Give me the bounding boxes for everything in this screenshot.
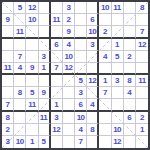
cell-r11c2[interactable]: 1 [26, 136, 38, 148]
cell-r5c4[interactable]: 7 [51, 63, 63, 75]
cell-r9c4[interactable]: 3 [51, 112, 63, 124]
cell-r6c8[interactable]: 1 [99, 75, 111, 87]
cell-r11c11[interactable] [136, 136, 148, 148]
cell-r10c2[interactable] [26, 124, 38, 136]
cell-r9c0[interactable]: 8 [2, 112, 14, 124]
cell-r6c10[interactable]: 8 [124, 75, 136, 87]
cell-r6c4[interactable] [51, 75, 63, 87]
cell-r11c6[interactable]: 7 [75, 136, 87, 148]
cell-r5c10[interactable] [124, 63, 136, 75]
cell-r5c8[interactable] [99, 63, 111, 75]
cell-r0c7[interactable] [87, 2, 99, 14]
cell-r4c1[interactable]: 7 [14, 51, 26, 63]
cell-r0c3[interactable] [39, 2, 51, 14]
cell-r5c11[interactable] [136, 63, 148, 75]
cell-r0c6[interactable] [75, 2, 87, 14]
cell-r3c11[interactable]: 12 [136, 39, 148, 51]
cell-r11c0[interactable]: 3 [2, 136, 14, 148]
cell-r8c10[interactable] [124, 99, 136, 111]
cell-r6c6[interactable]: 5 [75, 75, 87, 87]
cell-r9c8[interactable] [99, 112, 111, 124]
sudoku-grid: 5123101189101126119102764311273104521149… [2, 2, 148, 148]
cell-r8c8[interactable] [99, 99, 111, 111]
cell-r8c4[interactable]: 1 [51, 99, 63, 111]
cell-r5c0[interactable]: 11 [2, 63, 14, 75]
cell-r0c8[interactable]: 10 [99, 2, 111, 14]
cell-r10c6[interactable]: 4 [75, 124, 87, 136]
cell-r7c10[interactable]: 4 [124, 87, 136, 99]
cell-r6c0[interactable] [2, 75, 14, 87]
cell-r5c6[interactable] [75, 63, 87, 75]
cell-r2c8[interactable]: 2 [99, 26, 111, 38]
cell-r11c3[interactable]: 5 [39, 136, 51, 148]
cell-r7c0[interactable] [2, 87, 14, 99]
cell-r9c6[interactable]: 10 [75, 112, 87, 124]
cell-r1c11[interactable] [136, 14, 148, 26]
cell-r1c3[interactable] [39, 14, 51, 26]
cell-r1c0[interactable]: 9 [2, 14, 14, 26]
cell-r1c2[interactable]: 10 [26, 14, 38, 26]
sudoku-board: 5123101189101126119102764311273104521149… [0, 0, 150, 150]
cell-r11c10[interactable] [124, 136, 136, 148]
cell-r0c5[interactable]: 3 [63, 2, 75, 14]
cell-r0c1[interactable]: 5 [14, 2, 26, 14]
cell-r1c5[interactable]: 2 [63, 14, 75, 26]
cell-r1c4[interactable]: 11 [51, 14, 63, 26]
cell-r1c1[interactable] [14, 14, 26, 26]
cell-r2c0[interactable] [2, 26, 14, 38]
cell-r8c1[interactable] [14, 99, 26, 111]
cell-r6c9[interactable]: 3 [112, 75, 124, 87]
cell-r4c7[interactable] [87, 51, 99, 63]
cell-r4c4[interactable] [51, 51, 63, 63]
cell-r3c0[interactable] [2, 39, 14, 51]
cell-r10c7[interactable]: 8 [87, 124, 99, 136]
cell-r2c11[interactable]: 7 [136, 26, 148, 38]
cell-r6c7[interactable]: 12 [87, 75, 99, 87]
cell-r3c6[interactable] [75, 39, 87, 51]
cell-r9c1[interactable] [14, 112, 26, 124]
cell-r9c3[interactable]: 11 [39, 112, 51, 124]
cell-r0c0[interactable] [2, 2, 14, 14]
cell-r2c7[interactable]: 10 [87, 26, 99, 38]
cell-r10c5[interactable] [63, 124, 75, 136]
cell-r7c6[interactable]: 3 [75, 87, 87, 99]
cell-r0c9[interactable]: 11 [112, 2, 124, 14]
cell-r4c6[interactable] [75, 51, 87, 63]
cell-r5c1[interactable]: 4 [14, 63, 26, 75]
cell-r9c2[interactable] [26, 112, 38, 124]
cell-r6c2[interactable] [26, 75, 38, 87]
cell-r8c2[interactable]: 11 [26, 99, 38, 111]
cell-r11c9[interactable]: 12 [112, 136, 124, 148]
cell-r8c5[interactable] [63, 99, 75, 111]
cell-r2c4[interactable] [51, 26, 63, 38]
cell-r3c5[interactable]: 4 [63, 39, 75, 51]
cell-r4c10[interactable]: 2 [124, 51, 136, 63]
cell-r4c3[interactable]: 3 [39, 51, 51, 63]
cell-r4c2[interactable] [26, 51, 38, 63]
cell-r7c7[interactable] [87, 87, 99, 99]
cell-r9c9[interactable] [112, 112, 124, 124]
cell-r10c9[interactable]: 10 [112, 124, 124, 136]
cell-r10c8[interactable] [99, 124, 111, 136]
cell-r10c10[interactable] [124, 124, 136, 136]
cell-r2c1[interactable]: 11 [14, 26, 26, 38]
cell-r2c10[interactable] [124, 26, 136, 38]
cell-r1c8[interactable] [99, 14, 111, 26]
cell-r8c9[interactable] [112, 99, 124, 111]
cell-r7c1[interactable]: 8 [14, 87, 26, 99]
cell-r6c3[interactable] [39, 75, 51, 87]
cell-r10c0[interactable]: 2 [2, 124, 14, 136]
cell-r9c7[interactable] [87, 112, 99, 124]
cell-r5c7[interactable] [87, 63, 99, 75]
cell-r8c3[interactable] [39, 99, 51, 111]
cell-r8c11[interactable] [136, 99, 148, 111]
cell-r4c8[interactable]: 4 [99, 51, 111, 63]
cell-r7c5[interactable] [63, 87, 75, 99]
cell-r6c5[interactable] [63, 75, 75, 87]
cell-r5c2[interactable]: 9 [26, 63, 38, 75]
cell-r3c10[interactable] [124, 39, 136, 51]
cell-r8c6[interactable]: 6 [75, 99, 87, 111]
cell-r8c0[interactable]: 7 [2, 99, 14, 111]
cell-r5c9[interactable] [112, 63, 124, 75]
cell-r7c2[interactable]: 5 [26, 87, 38, 99]
cell-r8c7[interactable]: 4 [87, 99, 99, 111]
cell-r1c9[interactable] [112, 14, 124, 26]
cell-r3c4[interactable]: 6 [51, 39, 63, 51]
cell-r7c4[interactable] [51, 87, 63, 99]
cell-r7c9[interactable] [112, 87, 124, 99]
cell-r3c7[interactable]: 3 [87, 39, 99, 51]
cell-r11c8[interactable] [99, 136, 111, 148]
cell-r10c3[interactable] [39, 124, 51, 136]
cell-r3c8[interactable] [99, 39, 111, 51]
cell-r2c5[interactable]: 9 [63, 26, 75, 38]
cell-r7c8[interactable]: 7 [99, 87, 111, 99]
cell-r2c3[interactable] [39, 26, 51, 38]
cell-r10c1[interactable] [14, 124, 26, 136]
cell-r3c1[interactable] [14, 39, 26, 51]
cell-r0c2[interactable]: 12 [26, 2, 38, 14]
cell-r2c9[interactable] [112, 26, 124, 38]
cell-r3c3[interactable] [39, 39, 51, 51]
cell-r1c7[interactable]: 6 [87, 14, 99, 26]
cell-r4c11[interactable] [136, 51, 148, 63]
cell-r6c11[interactable]: 11 [136, 75, 148, 87]
cell-r0c11[interactable]: 8 [136, 2, 148, 14]
cell-r11c7[interactable] [87, 136, 99, 148]
cell-r1c6[interactable] [75, 14, 87, 26]
cell-r4c0[interactable] [2, 51, 14, 63]
cell-r4c9[interactable]: 5 [112, 51, 124, 63]
cell-r1c10[interactable] [124, 14, 136, 26]
cell-r0c4[interactable] [51, 2, 63, 14]
cell-r11c5[interactable] [63, 136, 75, 148]
cell-r2c6[interactable] [75, 26, 87, 38]
cell-r10c11[interactable]: 1 [136, 124, 148, 136]
cell-r9c5[interactable] [63, 112, 75, 124]
cell-r6c1[interactable] [14, 75, 26, 87]
cell-r4c5[interactable]: 10 [63, 51, 75, 63]
cell-r9c11[interactable]: 2 [136, 112, 148, 124]
cell-r7c3[interactable]: 9 [39, 87, 51, 99]
cell-r11c1[interactable]: 10 [14, 136, 26, 148]
cell-r2c2[interactable] [26, 26, 38, 38]
cell-r11c4[interactable] [51, 136, 63, 148]
cell-r10c4[interactable]: 12 [51, 124, 63, 136]
cell-r5c3[interactable]: 1 [39, 63, 51, 75]
cell-r5c5[interactable]: 12 [63, 63, 75, 75]
cell-r3c2[interactable] [26, 39, 38, 51]
cell-r3c9[interactable]: 1 [112, 39, 124, 51]
cell-r0c10[interactable] [124, 2, 136, 14]
cell-r9c10[interactable]: 6 [124, 112, 136, 124]
cell-r7c11[interactable] [136, 87, 148, 99]
